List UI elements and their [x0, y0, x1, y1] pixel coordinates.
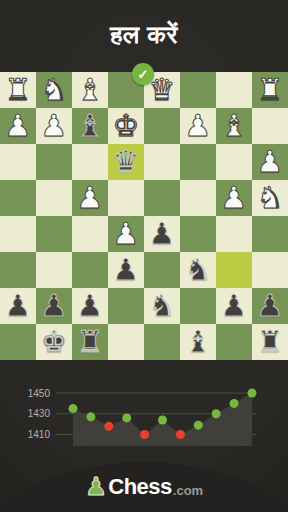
- square-e3[interactable]: ♛: [108, 144, 144, 180]
- square-f3[interactable]: [72, 144, 108, 180]
- title-bar: हल करें: [0, 0, 288, 70]
- square-c4[interactable]: [180, 180, 216, 216]
- rating-point-11-green: [248, 389, 257, 398]
- black-pawn[interactable]: ♟: [36, 288, 72, 324]
- square-h7[interactable]: ♟: [0, 288, 36, 324]
- square-d3[interactable]: [144, 144, 180, 180]
- square-c1[interactable]: [180, 72, 216, 108]
- black-pawn[interactable]: ♟: [216, 288, 252, 324]
- white-pawn[interactable]: ♟: [0, 108, 36, 144]
- square-g7[interactable]: ♟: [36, 288, 72, 324]
- black-rook[interactable]: ♜: [72, 324, 108, 360]
- square-g5[interactable]: [36, 216, 72, 252]
- square-b4[interactable]: ♟: [216, 180, 252, 216]
- rating-point-6-green: [158, 415, 167, 424]
- square-e8[interactable]: [108, 324, 144, 360]
- square-h8[interactable]: [0, 324, 36, 360]
- square-a6[interactable]: [252, 252, 288, 288]
- pawn-logo-icon: ♟: [85, 474, 107, 499]
- square-a2[interactable]: [252, 108, 288, 144]
- rating-point-3-red: [104, 422, 113, 431]
- square-f4[interactable]: ♟: [72, 180, 108, 216]
- square-h4[interactable]: [0, 180, 36, 216]
- black-knight[interactable]: ♞: [180, 252, 216, 288]
- square-g2[interactable]: ♟: [36, 108, 72, 144]
- brand-tld: .com: [173, 483, 203, 498]
- white-rook[interactable]: ♜: [252, 72, 288, 108]
- app-screen: हल करें ♜♞♝♛♜♟♟♝♚♟♝♛♟♟♟♞♟♟♟♞♟♟♟♞♟♟♚♜♝♜ ✓…: [0, 0, 288, 512]
- svg-text:1430: 1430: [28, 408, 51, 419]
- black-knight[interactable]: ♞: [144, 288, 180, 324]
- square-f1[interactable]: ♝: [72, 72, 108, 108]
- rating-point-9-green: [212, 409, 221, 418]
- square-c6[interactable]: ♞: [180, 252, 216, 288]
- white-pawn[interactable]: ♟: [72, 180, 108, 216]
- square-e2[interactable]: ♚: [108, 108, 144, 144]
- white-bishop[interactable]: ♝: [216, 108, 252, 144]
- white-pawn[interactable]: ♟: [252, 144, 288, 180]
- rating-point-1-green: [69, 404, 78, 413]
- rating-point-4-green: [122, 413, 131, 422]
- white-pawn[interactable]: ♟: [36, 108, 72, 144]
- square-e5[interactable]: ♟: [108, 216, 144, 252]
- black-pawn[interactable]: ♟: [144, 216, 180, 252]
- black-pawn[interactable]: ♟: [252, 288, 288, 324]
- correct-move-badge: ✓: [132, 63, 154, 85]
- square-h1[interactable]: ♜: [0, 72, 36, 108]
- white-bishop[interactable]: ♝: [72, 72, 108, 108]
- chess-board[interactable]: ♜♞♝♛♜♟♟♝♚♟♝♛♟♟♟♞♟♟♟♞♟♟♟♞♟♟♚♜♝♜: [0, 72, 288, 360]
- black-pawn[interactable]: ♟: [72, 288, 108, 324]
- black-pawn[interactable]: ♟: [108, 252, 144, 288]
- square-d4[interactable]: [144, 180, 180, 216]
- brand-text: Chess: [108, 474, 172, 500]
- white-pawn[interactable]: ♟: [108, 216, 144, 252]
- square-h5[interactable]: [0, 216, 36, 252]
- square-a4[interactable]: ♞: [252, 180, 288, 216]
- square-b1[interactable]: [216, 72, 252, 108]
- white-king[interactable]: ♚: [108, 108, 144, 144]
- square-g8[interactable]: ♚: [36, 324, 72, 360]
- square-b7[interactable]: ♟: [216, 288, 252, 324]
- black-pawn[interactable]: ♟: [0, 288, 36, 324]
- square-h2[interactable]: ♟: [0, 108, 36, 144]
- rating-point-7-red: [176, 430, 185, 439]
- rating-point-2-green: [86, 412, 95, 421]
- square-a3[interactable]: ♟: [252, 144, 288, 180]
- square-c2[interactable]: ♟: [180, 108, 216, 144]
- svg-text:1450: 1450: [28, 388, 51, 399]
- rating-point-5-red: [140, 430, 149, 439]
- square-c8[interactable]: ♝: [180, 324, 216, 360]
- square-f6[interactable]: [72, 252, 108, 288]
- square-d5[interactable]: ♟: [144, 216, 180, 252]
- page-title: हल करें: [110, 20, 178, 50]
- black-bishop[interactable]: ♝: [180, 324, 216, 360]
- square-d2[interactable]: [144, 108, 180, 144]
- black-bishop[interactable]: ♝: [72, 108, 108, 144]
- black-queen[interactable]: ♛: [108, 144, 144, 180]
- square-h3[interactable]: [0, 144, 36, 180]
- square-g1[interactable]: ♞: [36, 72, 72, 108]
- square-b8[interactable]: [216, 324, 252, 360]
- square-c3[interactable]: [180, 144, 216, 180]
- square-d6[interactable]: [144, 252, 180, 288]
- square-c5[interactable]: [180, 216, 216, 252]
- square-b2[interactable]: ♝: [216, 108, 252, 144]
- white-pawn[interactable]: ♟: [216, 180, 252, 216]
- square-d7[interactable]: ♞: [144, 288, 180, 324]
- square-b6[interactable]: [216, 252, 252, 288]
- square-f2[interactable]: ♝: [72, 108, 108, 144]
- square-e7[interactable]: [108, 288, 144, 324]
- black-king[interactable]: ♚: [36, 324, 72, 360]
- square-d8[interactable]: [144, 324, 180, 360]
- black-rook[interactable]: ♜: [252, 324, 288, 360]
- white-rook[interactable]: ♜: [0, 72, 36, 108]
- square-e6[interactable]: ♟: [108, 252, 144, 288]
- square-a5[interactable]: [252, 216, 288, 252]
- square-b3[interactable]: [216, 144, 252, 180]
- square-f5[interactable]: [72, 216, 108, 252]
- svg-text:1410: 1410: [28, 429, 51, 440]
- white-knight[interactable]: ♞: [252, 180, 288, 216]
- white-knight[interactable]: ♞: [36, 72, 72, 108]
- checkmark-icon: ✓: [138, 68, 149, 81]
- square-c7[interactable]: [180, 288, 216, 324]
- square-g4[interactable]: [36, 180, 72, 216]
- square-f8[interactable]: ♜: [72, 324, 108, 360]
- chesscom-logo[interactable]: ♟ Chess .com: [0, 471, 288, 503]
- white-pawn[interactable]: ♟: [180, 108, 216, 144]
- square-e4[interactable]: [108, 180, 144, 216]
- rating-point-10-green: [230, 399, 239, 408]
- square-f7[interactable]: ♟: [72, 288, 108, 324]
- square-a8[interactable]: ♜: [252, 324, 288, 360]
- square-a7[interactable]: ♟: [252, 288, 288, 324]
- square-a1[interactable]: ♜: [252, 72, 288, 108]
- square-g3[interactable]: [36, 144, 72, 180]
- rating-point-8-green: [194, 421, 203, 430]
- square-g6[interactable]: [36, 252, 72, 288]
- square-b5[interactable]: [216, 216, 252, 252]
- square-h6[interactable]: [0, 252, 36, 288]
- rating-chart: 145014301410: [0, 360, 288, 462]
